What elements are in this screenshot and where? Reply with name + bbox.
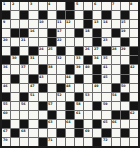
white-cell-r7c9[interactable]: 33 (75, 56, 83, 64)
white-cell-r7c11[interactable]: 34 (93, 56, 101, 64)
white-cell-r1c14[interactable] (121, 2, 129, 10)
white-cell-r9c13[interactable] (112, 75, 120, 83)
white-cell-r14c2[interactable] (11, 120, 19, 128)
white-cell-r8c1[interactable]: 36 (2, 65, 10, 73)
black-cell-r9c14 (121, 75, 129, 83)
white-cell-r12c6[interactable]: 57 (48, 102, 56, 110)
white-cell-r7c5[interactable] (39, 56, 47, 64)
white-cell-r12c9[interactable]: 58 (75, 102, 83, 110)
white-cell-r11c15[interactable] (130, 93, 138, 101)
white-cell-r2c9[interactable] (75, 11, 83, 19)
clue-number: 23 (103, 38, 108, 41)
white-cell-r10c9[interactable] (75, 84, 83, 92)
white-cell-r11c7[interactable]: 52 (57, 93, 65, 101)
white-cell-r14c4[interactable] (29, 120, 37, 128)
black-cell-r15c14 (121, 129, 129, 137)
white-cell-r7c8[interactable] (66, 56, 74, 64)
white-cell-r6c5[interactable]: 24 (39, 47, 47, 55)
white-cell-r5c1[interactable]: 20 (2, 38, 10, 46)
white-cell-r3c2[interactable] (11, 20, 19, 28)
white-cell-r1c15[interactable]: 8 (130, 2, 138, 10)
clue-number: 29 (121, 47, 126, 50)
black-cell-r15c9 (75, 129, 83, 137)
clue-number: 58 (76, 102, 81, 105)
white-cell-r2c2[interactable] (11, 11, 19, 19)
white-cell-r15c10[interactable]: 69 (84, 129, 92, 137)
white-cell-r12c13[interactable] (112, 102, 120, 110)
white-cell-r11c2[interactable] (11, 93, 19, 101)
white-cell-r5c15[interactable] (130, 38, 138, 46)
clue-number: 45 (103, 75, 108, 78)
white-cell-r16c14[interactable] (121, 138, 129, 146)
clue-number: 55 (3, 102, 8, 105)
black-cell-r8c8 (66, 65, 74, 73)
white-cell-r16c6[interactable]: 71 (48, 138, 56, 146)
white-cell-r14c10[interactable] (84, 120, 92, 128)
white-cell-r3c7[interactable]: 11 (57, 20, 65, 28)
white-cell-r6c3[interactable] (20, 47, 28, 55)
clue-number: 1 (3, 2, 5, 5)
black-cell-r5c11 (93, 38, 101, 46)
white-cell-r13c4[interactable] (29, 111, 37, 119)
white-cell-r8c6[interactable]: 38 (48, 65, 56, 73)
white-cell-r12c7[interactable] (57, 102, 65, 110)
clue-number: 26 (85, 47, 90, 50)
white-cell-r1c4[interactable]: 3 (29, 2, 37, 10)
black-cell-r2c14 (121, 11, 129, 19)
white-cell-r6c6[interactable]: 25 (48, 47, 56, 55)
white-cell-r10c10[interactable] (84, 84, 92, 92)
white-cell-r10c11[interactable]: 49 (93, 84, 101, 92)
clue-number: 14 (103, 20, 108, 23)
white-cell-r9c8[interactable]: 44 (66, 75, 74, 83)
white-cell-r16c4[interactable] (29, 138, 37, 146)
black-cell-r11c14 (121, 93, 129, 101)
white-cell-r6c14[interactable]: 29 (121, 47, 129, 55)
white-cell-r3c3[interactable] (20, 20, 28, 28)
clue-number: 39 (76, 65, 81, 68)
black-cell-r10c5 (39, 84, 47, 92)
white-cell-r14c6[interactable]: 63 (48, 120, 56, 128)
clue-number: 19 (121, 29, 126, 32)
clue-number: 36 (3, 65, 8, 68)
white-cell-r9c7[interactable] (57, 75, 65, 83)
clue-number: 31 (30, 56, 35, 59)
white-cell-r5c4[interactable] (29, 38, 37, 46)
black-cell-r6c9 (75, 47, 83, 55)
black-cell-r6c12 (102, 47, 110, 55)
white-cell-r15c6[interactable] (48, 129, 56, 137)
white-cell-r15c8[interactable] (66, 129, 74, 137)
clue-number: 49 (94, 84, 99, 87)
white-cell-r10c4[interactable]: 47 (29, 84, 37, 92)
white-cell-r16c2[interactable] (11, 138, 19, 146)
white-cell-r5c8[interactable] (66, 38, 74, 46)
black-cell-r9c9 (75, 75, 83, 83)
white-cell-r11c8[interactable] (66, 93, 74, 101)
white-cell-r2c6[interactable] (48, 11, 56, 19)
black-cell-r4c3 (20, 29, 28, 37)
white-cell-r15c1[interactable]: 67 (2, 129, 10, 137)
clue-number: 12 (66, 20, 71, 23)
white-cell-r15c5[interactable] (39, 129, 47, 137)
black-cell-r12c5 (39, 102, 47, 110)
clue-number: 65 (103, 120, 108, 123)
black-cell-r11c1 (2, 93, 10, 101)
clue-number: 40 (85, 65, 90, 68)
black-cell-r8c14 (121, 65, 129, 73)
clue-number: 69 (85, 129, 90, 132)
black-cell-r10c13 (112, 84, 120, 92)
white-cell-r13c7[interactable] (57, 111, 65, 119)
clue-number: 6 (94, 2, 96, 5)
white-cell-r9c5[interactable]: 43 (39, 75, 47, 83)
clue-number: 17 (57, 29, 62, 32)
white-cell-r3c11[interactable]: 13 (93, 20, 101, 28)
white-cell-r12c10[interactable] (84, 102, 92, 110)
white-cell-r15c3[interactable]: 68 (20, 129, 28, 137)
white-cell-r9c1[interactable] (2, 75, 10, 83)
black-cell-r15c2 (11, 129, 19, 137)
clue-number: 2 (12, 2, 14, 5)
white-cell-r16c10[interactable] (84, 138, 92, 146)
white-cell-r8c10[interactable]: 40 (84, 65, 92, 73)
clue-number: 34 (94, 56, 99, 59)
white-cell-r12c14[interactable] (121, 102, 129, 110)
white-cell-r8c13[interactable] (112, 65, 120, 73)
white-cell-r4c5[interactable] (39, 29, 47, 37)
clue-number: 46 (3, 84, 8, 87)
white-cell-r13c2[interactable] (11, 111, 19, 119)
white-cell-r1c7[interactable] (57, 2, 65, 10)
white-cell-r13c9[interactable]: 61 (75, 111, 83, 119)
white-cell-r14c14[interactable] (121, 120, 129, 128)
clue-number: 72 (103, 138, 108, 141)
clue-number: 3 (30, 2, 32, 5)
black-cell-r14c5 (39, 120, 47, 128)
white-cell-r12c1[interactable]: 55 (2, 102, 10, 110)
crossword-grid: 1234567891011121314151617181920212223242… (0, 0, 140, 148)
white-cell-r8c12[interactable]: 41 (102, 65, 110, 73)
clue-number: 44 (66, 75, 71, 78)
white-cell-r8c9[interactable]: 39 (75, 65, 83, 73)
white-cell-r5c3[interactable]: 21 (20, 38, 28, 46)
white-cell-r13c12[interactable] (102, 111, 110, 119)
white-cell-r3c15[interactable] (130, 20, 138, 28)
clue-number: 66 (112, 120, 117, 123)
white-cell-r15c13[interactable] (112, 129, 120, 137)
white-cell-r11c4[interactable]: 51 (29, 93, 37, 101)
black-cell-r13c14 (121, 111, 129, 119)
clue-number: 21 (21, 38, 26, 41)
white-cell-r3c8[interactable]: 12 (66, 20, 74, 28)
white-cell-r11c11[interactable] (93, 93, 101, 101)
white-cell-r1c12[interactable] (102, 2, 110, 10)
white-cell-r16c8[interactable] (66, 138, 74, 146)
black-cell-r5c14 (121, 38, 129, 46)
white-cell-r12c3[interactable]: 56 (20, 102, 28, 110)
white-cell-r12c2[interactable] (11, 102, 19, 110)
clue-number: 41 (103, 65, 108, 68)
clue-number: 11 (57, 20, 62, 23)
white-cell-r7c4[interactable]: 31 (29, 56, 37, 64)
clue-number: 18 (85, 29, 90, 32)
white-cell-r13c15[interactable]: 62 (130, 111, 138, 119)
white-cell-r2c13[interactable] (112, 11, 120, 19)
white-cell-r5c7[interactable]: 22 (57, 38, 65, 46)
black-cell-r9c11 (93, 75, 101, 83)
black-cell-r4c13 (112, 29, 120, 37)
white-cell-r3c12[interactable]: 14 (102, 20, 110, 28)
white-cell-r13c11[interactable] (93, 111, 101, 119)
white-cell-r8c15[interactable]: 42 (130, 65, 138, 73)
white-cell-r4c15[interactable] (130, 29, 138, 37)
white-cell-r11c13[interactable]: 54 (112, 93, 120, 101)
white-cell-r7c2[interactable]: 30 (11, 56, 19, 64)
white-cell-r14c7[interactable] (57, 120, 65, 128)
black-cell-r2c8 (66, 11, 74, 19)
clue-number: 20 (3, 38, 8, 41)
clue-number: 42 (130, 65, 135, 68)
black-cell-r10c7 (57, 84, 65, 92)
clue-number: 13 (94, 20, 99, 23)
black-cell-r11c9 (75, 93, 83, 101)
white-cell-r2c4[interactable] (29, 11, 37, 19)
white-cell-r3c1[interactable]: 9 (2, 20, 10, 28)
clue-number: 63 (48, 120, 53, 123)
black-cell-r2c10 (84, 11, 92, 19)
clue-number: 5 (76, 2, 78, 5)
clue-number: 59 (103, 102, 108, 105)
white-cell-r4c12[interactable] (102, 29, 110, 37)
white-cell-r9c3[interactable] (20, 75, 28, 83)
white-cell-r5c13[interactable] (112, 38, 120, 46)
white-cell-r14c15[interactable] (130, 120, 138, 128)
clue-number: 56 (21, 102, 26, 105)
white-cell-r16c15[interactable] (130, 138, 138, 146)
white-cell-r1c1[interactable]: 1 (2, 2, 10, 10)
white-cell-r3c6[interactable] (48, 20, 56, 28)
black-cell-r14c9 (75, 120, 83, 128)
white-cell-r10c12[interactable] (102, 84, 110, 92)
black-cell-r7c10 (84, 56, 92, 64)
white-cell-r8c7[interactable] (57, 65, 65, 73)
white-cell-r11c5[interactable] (39, 93, 47, 101)
white-cell-r4c7[interactable]: 17 (57, 29, 65, 37)
clue-number: 7 (112, 2, 114, 5)
clue-number: 43 (39, 75, 44, 78)
black-cell-r2c7 (57, 11, 65, 19)
white-cell-r13c10[interactable] (84, 111, 92, 119)
white-cell-r1c11[interactable]: 6 (93, 2, 101, 10)
clue-number: 16 (30, 29, 35, 32)
white-cell-r6c1[interactable] (2, 47, 10, 55)
white-cell-r3c9[interactable] (75, 20, 83, 28)
white-cell-r6c8[interactable] (66, 47, 74, 55)
white-cell-r1c9[interactable]: 5 (75, 2, 83, 10)
white-cell-r1c6[interactable]: 4 (48, 2, 56, 10)
black-cell-r12c11 (93, 102, 101, 110)
clue-number: 28 (112, 47, 117, 50)
white-cell-r15c15[interactable] (130, 129, 138, 137)
white-cell-r7c7[interactable]: 32 (57, 56, 65, 64)
white-cell-r1c13[interactable]: 7 (112, 2, 120, 10)
black-cell-r8c5 (39, 65, 47, 73)
white-cell-r15c4[interactable] (29, 129, 37, 137)
black-cell-r7c15 (130, 56, 138, 64)
white-cell-r14c13[interactable]: 66 (112, 120, 120, 128)
white-cell-r11c6[interactable] (48, 93, 56, 101)
black-cell-r4c2 (11, 29, 19, 37)
white-cell-r10c6[interactable] (48, 84, 56, 92)
white-cell-r8c2[interactable] (11, 65, 19, 73)
clue-number: 22 (57, 38, 62, 41)
white-cell-r9c10[interactable] (84, 75, 92, 83)
white-cell-r16c13[interactable] (112, 138, 120, 146)
white-cell-r4c8[interactable] (66, 29, 74, 37)
white-cell-r11c10[interactable]: 53 (84, 93, 92, 101)
black-cell-r3c10 (84, 20, 92, 28)
black-cell-r8c11 (93, 65, 101, 73)
white-cell-r1c10[interactable] (84, 2, 92, 10)
black-cell-r4c6 (48, 29, 56, 37)
black-cell-r6c7 (57, 47, 65, 55)
white-cell-r9c15[interactable] (130, 75, 138, 83)
white-cell-r5c5[interactable] (39, 38, 47, 46)
white-cell-r5c9[interactable] (75, 38, 83, 46)
clue-number: 50 (121, 84, 126, 87)
white-cell-r16c1[interactable]: 70 (2, 138, 10, 146)
clue-number: 57 (48, 102, 53, 105)
clue-number: 27 (94, 47, 99, 50)
black-cell-r1c8 (66, 2, 74, 10)
black-cell-r15c7 (57, 129, 65, 137)
white-cell-r14c8[interactable]: 64 (66, 120, 74, 128)
white-cell-r1c5[interactable] (39, 2, 47, 10)
clue-number: 51 (30, 93, 35, 96)
white-cell-r2c11[interactable] (93, 11, 101, 19)
white-cell-r8c4[interactable] (29, 65, 37, 73)
white-cell-r9c12[interactable]: 45 (102, 75, 110, 83)
black-cell-r13c6 (48, 111, 56, 119)
black-cell-r7c3 (20, 56, 28, 64)
white-cell-r7c6[interactable] (48, 56, 56, 64)
white-cell-r1c3[interactable] (20, 2, 28, 10)
white-cell-r4c10[interactable]: 18 (84, 29, 92, 37)
white-cell-r16c3[interactable] (20, 138, 28, 146)
white-cell-r16c9[interactable] (75, 138, 83, 146)
white-cell-r13c1[interactable]: 60 (2, 111, 10, 119)
clue-number: 30 (12, 56, 17, 59)
clue-number: 10 (39, 20, 44, 23)
white-cell-r7c13[interactable] (112, 56, 120, 64)
clue-number: 32 (57, 56, 62, 59)
white-cell-r4c4[interactable]: 16 (29, 29, 37, 37)
black-cell-r11c3 (20, 93, 28, 101)
white-cell-r3c14[interactable]: 15 (121, 20, 129, 28)
white-cell-r7c12[interactable]: 35 (102, 56, 110, 64)
black-cell-r14c1 (2, 120, 10, 128)
white-cell-r13c5[interactable] (39, 111, 47, 119)
clue-number: 35 (103, 56, 108, 59)
clue-number: 68 (21, 129, 26, 132)
white-cell-r1c2[interactable]: 2 (11, 2, 19, 10)
black-cell-r9c2 (11, 75, 19, 83)
black-cell-r14c11 (93, 120, 101, 128)
white-cell-r7c14[interactable] (121, 56, 129, 64)
clue-number: 70 (3, 138, 8, 141)
black-cell-r2c1 (2, 11, 10, 19)
clue-number: 61 (76, 111, 81, 114)
white-cell-r10c3[interactable] (20, 84, 28, 92)
white-cell-r13c3[interactable] (20, 111, 28, 119)
black-cell-r5c6 (48, 38, 56, 46)
white-cell-r15c11[interactable] (93, 129, 101, 137)
white-cell-r14c12[interactable]: 65 (102, 120, 110, 128)
white-cell-r6c11[interactable]: 27 (93, 47, 101, 55)
clue-number: 53 (85, 93, 90, 96)
white-cell-r6c10[interactable]: 26 (84, 47, 92, 55)
black-cell-r16c11 (93, 138, 101, 146)
black-cell-r2c5 (39, 11, 47, 19)
white-cell-r6c13[interactable]: 28 (112, 47, 120, 55)
white-cell-r2c15[interactable] (130, 11, 138, 19)
clue-number: 60 (3, 111, 8, 114)
white-cell-r12c12[interactable]: 59 (102, 102, 110, 110)
white-cell-r11c12[interactable] (102, 93, 110, 101)
clue-number: 54 (112, 93, 117, 96)
clue-number: 67 (3, 129, 8, 132)
white-cell-r12c4[interactable] (29, 102, 37, 110)
black-cell-r6c2 (11, 47, 19, 55)
black-cell-r2c3 (20, 11, 28, 19)
white-cell-r10c2[interactable] (11, 84, 19, 92)
black-cell-r9c4 (29, 75, 37, 83)
white-cell-r3c13[interactable] (112, 20, 120, 28)
clue-number: 25 (48, 47, 53, 50)
clue-number: 38 (48, 65, 53, 68)
clue-number: 8 (130, 2, 132, 5)
clue-number: 4 (48, 2, 50, 5)
white-cell-r3c5[interactable]: 10 (39, 20, 47, 28)
clue-number: 62 (130, 111, 135, 114)
black-cell-r4c11 (93, 29, 101, 37)
clue-number: 48 (66, 84, 71, 87)
white-cell-r4c14[interactable]: 19 (121, 29, 129, 37)
white-cell-r3c4[interactable] (29, 20, 37, 28)
white-cell-r10c8[interactable]: 48 (66, 84, 74, 92)
white-cell-r16c12[interactable]: 72 (102, 138, 110, 146)
white-cell-r4c1[interactable] (2, 29, 10, 37)
white-cell-r5c10[interactable] (84, 38, 92, 46)
black-cell-r15c12 (102, 129, 110, 137)
clue-number: 9 (3, 20, 5, 23)
white-cell-r9c6[interactable] (48, 75, 56, 83)
white-cell-r5c2[interactable] (11, 38, 19, 46)
clue-number: 71 (48, 138, 53, 141)
white-cell-r10c1[interactable]: 46 (2, 84, 10, 92)
black-cell-r6c15 (130, 47, 138, 55)
black-cell-r7c1 (2, 56, 10, 64)
white-cell-r8c3[interactable]: 37 (20, 65, 28, 73)
white-cell-r16c7[interactable] (57, 138, 65, 146)
black-cell-r6c4 (29, 47, 37, 55)
white-cell-r10c14[interactable]: 50 (121, 84, 129, 92)
white-cell-r5c12[interactable]: 23 (102, 38, 110, 46)
white-cell-r10c15[interactable] (130, 84, 138, 92)
black-cell-r4c9 (75, 29, 83, 37)
clue-number: 52 (57, 93, 62, 96)
